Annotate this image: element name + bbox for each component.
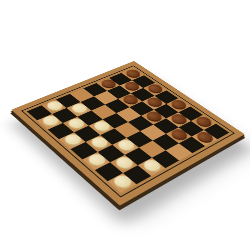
board-grid [27, 68, 230, 193]
board-frame-pinstripe [21, 65, 235, 197]
product-photo [0, 0, 250, 250]
checkers-board [11, 61, 244, 206]
board-scene [0, 0, 250, 250]
